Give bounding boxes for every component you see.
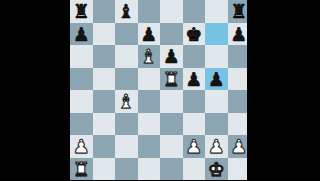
square-a7[interactable]: ♟ <box>70 23 93 46</box>
square-f3[interactable] <box>183 113 206 136</box>
white-pawn-piece[interactable]: ♟ <box>185 135 202 158</box>
square-f4[interactable] <box>183 90 206 113</box>
chess-video-frame: ♜♝♜♟♟♚♟♝♟♜♟♟♝♟♟♟♟♜♚ <box>0 0 320 180</box>
square-e8[interactable] <box>160 0 183 23</box>
square-a8[interactable]: ♜ <box>70 0 93 23</box>
chess-board[interactable]: ♜♝♜♟♟♚♟♝♟♜♟♟♝♟♟♟♟♜♚ <box>70 0 250 180</box>
square-a2[interactable]: ♟ <box>70 135 93 158</box>
square-g8[interactable] <box>205 0 228 23</box>
square-c4[interactable]: ♝ <box>115 90 138 113</box>
square-c5[interactable] <box>115 68 138 91</box>
black-rook-piece[interactable]: ♜ <box>73 0 90 22</box>
square-e7[interactable] <box>160 23 183 46</box>
black-pawn-piece[interactable]: ♟ <box>140 22 157 45</box>
black-pawn-piece[interactable]: ♟ <box>230 22 247 45</box>
right-letterbox-bar <box>247 0 320 180</box>
square-e5[interactable]: ♜ <box>160 68 183 91</box>
square-f6[interactable] <box>183 45 206 68</box>
black-pawn-piece[interactable]: ♟ <box>208 67 225 90</box>
square-a6[interactable] <box>70 45 93 68</box>
white-rook-piece[interactable]: ♜ <box>73 157 90 180</box>
square-d1[interactable] <box>138 158 161 181</box>
square-d8[interactable] <box>138 0 161 23</box>
square-d7[interactable]: ♟ <box>138 23 161 46</box>
square-b7[interactable] <box>93 23 116 46</box>
square-d3[interactable] <box>138 113 161 136</box>
square-d6[interactable]: ♝ <box>138 45 161 68</box>
square-b4[interactable] <box>93 90 116 113</box>
white-pawn-piece[interactable]: ♟ <box>73 135 90 158</box>
square-e1[interactable] <box>160 158 183 181</box>
square-d5[interactable] <box>138 68 161 91</box>
square-b5[interactable] <box>93 68 116 91</box>
white-pawn-piece[interactable]: ♟ <box>230 135 247 158</box>
square-b2[interactable] <box>93 135 116 158</box>
black-pawn-piece[interactable]: ♟ <box>73 22 90 45</box>
square-e2[interactable] <box>160 135 183 158</box>
white-king-piece[interactable]: ♚ <box>208 157 225 180</box>
white-rook-piece[interactable]: ♜ <box>163 67 180 90</box>
square-f5[interactable]: ♟ <box>183 68 206 91</box>
square-c7[interactable] <box>115 23 138 46</box>
square-f2[interactable]: ♟ <box>183 135 206 158</box>
square-g1[interactable]: ♚ <box>205 158 228 181</box>
square-a1[interactable]: ♜ <box>70 158 93 181</box>
square-e3[interactable] <box>160 113 183 136</box>
square-d2[interactable] <box>138 135 161 158</box>
black-pawn-piece[interactable]: ♟ <box>163 45 180 68</box>
square-e6[interactable]: ♟ <box>160 45 183 68</box>
square-a3[interactable] <box>70 113 93 136</box>
square-g6[interactable] <box>205 45 228 68</box>
white-bishop-piece[interactable]: ♝ <box>118 90 135 113</box>
white-pawn-piece[interactable]: ♟ <box>208 135 225 158</box>
square-c1[interactable] <box>115 158 138 181</box>
square-f7[interactable]: ♚ <box>183 23 206 46</box>
black-rook-piece[interactable]: ♜ <box>230 0 247 22</box>
square-e4[interactable] <box>160 90 183 113</box>
square-b6[interactable] <box>93 45 116 68</box>
white-bishop-piece[interactable]: ♝ <box>140 45 157 68</box>
square-c6[interactable] <box>115 45 138 68</box>
square-b3[interactable] <box>93 113 116 136</box>
square-b8[interactable] <box>93 0 116 23</box>
square-g5[interactable]: ♟ <box>205 68 228 91</box>
square-a4[interactable] <box>70 90 93 113</box>
square-g7[interactable] <box>205 23 228 46</box>
square-c8[interactable]: ♝ <box>115 0 138 23</box>
square-f8[interactable] <box>183 0 206 23</box>
square-c2[interactable] <box>115 135 138 158</box>
black-king-piece[interactable]: ♚ <box>185 22 202 45</box>
square-g3[interactable] <box>205 113 228 136</box>
black-pawn-piece[interactable]: ♟ <box>185 67 202 90</box>
square-a5[interactable] <box>70 68 93 91</box>
square-g4[interactable] <box>205 90 228 113</box>
black-bishop-piece[interactable]: ♝ <box>118 0 135 22</box>
square-d4[interactable] <box>138 90 161 113</box>
square-g2[interactable]: ♟ <box>205 135 228 158</box>
square-f1[interactable] <box>183 158 206 181</box>
square-c3[interactable] <box>115 113 138 136</box>
square-b1[interactable] <box>93 158 116 181</box>
left-letterbox-bar <box>0 0 70 180</box>
